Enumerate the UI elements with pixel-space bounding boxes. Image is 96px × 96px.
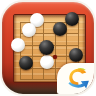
grid-cell: [44, 69, 56, 81]
grid-cell: [56, 46, 68, 58]
grid-cell: [33, 69, 45, 81]
icon-frame: [0, 0, 96, 96]
app-icon[interactable]: [0, 0, 96, 96]
grid-cell: [21, 69, 33, 81]
stone-white: [22, 23, 36, 37]
stone-black: [53, 22, 67, 36]
stone-white: [11, 38, 25, 52]
stone-black: [69, 48, 83, 62]
stone-black: [65, 12, 79, 26]
stone-white: [40, 55, 54, 69]
stone-black: [19, 56, 33, 70]
tencent-games-logo-icon: [64, 67, 91, 91]
logo-badge: [57, 63, 94, 94]
grid-cell: [67, 34, 79, 46]
